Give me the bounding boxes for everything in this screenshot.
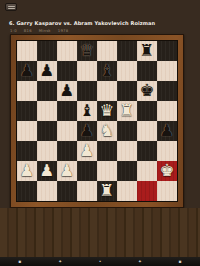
square-a5[interactable] [17,101,37,121]
piece-black-bishop[interactable]: ♝ [100,61,115,81]
square-h3[interactable] [157,141,177,161]
square-h5[interactable] [157,101,177,121]
piece-black-bishop[interactable]: ♝ [80,101,95,121]
square-g8[interactable]: ♜ [137,41,157,61]
piece-black-pawn[interactable]: ♟ [80,121,95,141]
square-d3[interactable]: ♟ [77,141,97,161]
board-frame: ♛♜♟♟♝♟♚♝♛♜♟♞♟♟♟♟♟♚♜ [10,34,184,208]
chess-board: ♛♜♟♟♝♟♚♝♛♜♟♞♟♟♟♟♟♚♜ [16,40,178,202]
piece-white-rook[interactable]: ♜ [120,101,135,121]
square-g3[interactable] [137,141,157,161]
square-g4[interactable] [137,121,157,141]
square-h1[interactable] [157,181,177,201]
square-a7[interactable]: ♟ [17,61,37,81]
piece-white-pawn[interactable]: ♟ [80,141,95,161]
square-e3[interactable] [97,141,117,161]
square-a6[interactable] [17,81,37,101]
table-wood-background [0,208,200,257]
piece-black-pawn[interactable]: ♟ [40,61,55,81]
square-a2[interactable]: ♟ [17,161,37,181]
square-c6[interactable]: ♟ [57,81,77,101]
piece-white-pawn[interactable]: ♟ [20,161,35,181]
square-c7[interactable] [57,61,77,81]
nav-button-4[interactable]: ✦ [138,257,142,266]
piece-white-queen[interactable]: ♛ [100,101,115,121]
chess-app-screen: 6. Garry Kasparov vs. Abram Yakovlevich … [0,0,200,266]
square-d5[interactable]: ♝ [77,101,97,121]
menu-button[interactable] [5,3,17,11]
piece-black-pawn[interactable]: ♟ [20,61,35,81]
square-f6[interactable] [117,81,137,101]
piece-white-king[interactable]: ♚ [160,161,175,181]
piece-white-knight[interactable]: ♞ [100,121,115,141]
nav-button-3[interactable]: • [99,257,102,266]
square-g2[interactable] [137,161,157,181]
square-h7[interactable] [157,61,177,81]
hamburger-icon [8,6,15,7]
square-e1[interactable]: ♜ [97,181,117,201]
square-h4[interactable]: ♟ [157,121,177,141]
square-e5[interactable]: ♛ [97,101,117,121]
nav-button-2[interactable]: ✦ [58,257,62,266]
piece-white-pawn[interactable]: ♟ [40,161,55,181]
nav-button-5[interactable]: ▪ [179,257,182,266]
square-c3[interactable] [57,141,77,161]
square-c1[interactable] [57,181,77,201]
square-e7[interactable]: ♝ [97,61,117,81]
square-c8[interactable] [57,41,77,61]
square-f4[interactable] [117,121,137,141]
square-b6[interactable] [37,81,57,101]
square-c4[interactable] [57,121,77,141]
square-a8[interactable] [17,41,37,61]
game-eco: B16 [24,28,32,33]
square-e6[interactable] [97,81,117,101]
square-h2[interactable]: ♚ [157,161,177,181]
square-f8[interactable] [117,41,137,61]
square-e8[interactable] [97,41,117,61]
square-e2[interactable] [97,161,117,181]
game-meta: 1-0 B16 Minsk 1978 [10,28,68,33]
square-f1[interactable] [117,181,137,201]
piece-black-rook[interactable]: ♜ [140,41,155,61]
square-a1[interactable] [17,181,37,201]
piece-white-rook[interactable]: ♜ [100,181,115,201]
square-f7[interactable] [117,61,137,81]
square-b7[interactable]: ♟ [37,61,57,81]
square-a3[interactable] [17,141,37,161]
game-year: 1978 [58,28,68,33]
game-result: 1-0 [10,28,17,33]
bottom-toolbar: ▪✦•✦▪ [0,257,200,266]
square-d7[interactable] [77,61,97,81]
square-e4[interactable]: ♞ [97,121,117,141]
square-g6[interactable]: ♚ [137,81,157,101]
square-g7[interactable] [137,61,157,81]
square-b1[interactable] [37,181,57,201]
square-f3[interactable] [117,141,137,161]
square-h6[interactable] [157,81,177,101]
piece-white-pawn[interactable]: ♟ [60,161,75,181]
square-g1[interactable] [137,181,157,201]
square-g5[interactable] [137,101,157,121]
square-b5[interactable] [37,101,57,121]
square-h8[interactable] [157,41,177,61]
piece-black-pawn[interactable]: ♟ [160,121,175,141]
square-d8[interactable]: ♛ [77,41,97,61]
game-site: Minsk [39,28,51,33]
square-d2[interactable] [77,161,97,181]
piece-black-pawn[interactable]: ♟ [60,81,75,101]
square-a4[interactable] [17,121,37,141]
square-b3[interactable] [37,141,57,161]
square-d6[interactable] [77,81,97,101]
nav-button-1[interactable]: ▪ [18,257,21,266]
hamburger-icon [8,8,15,9]
square-f2[interactable] [117,161,137,181]
square-c2[interactable]: ♟ [57,161,77,181]
game-title: 6. Garry Kasparov vs. Abram Yakovlevich … [9,20,195,26]
square-d1[interactable] [77,181,97,201]
square-d4[interactable]: ♟ [77,121,97,141]
square-b2[interactable]: ♟ [37,161,57,181]
square-b8[interactable] [37,41,57,61]
piece-black-king[interactable]: ♚ [140,81,155,101]
square-b4[interactable] [37,121,57,141]
square-f5[interactable]: ♜ [117,101,137,121]
square-c5[interactable] [57,101,77,121]
piece-black-queen[interactable]: ♛ [80,41,95,61]
